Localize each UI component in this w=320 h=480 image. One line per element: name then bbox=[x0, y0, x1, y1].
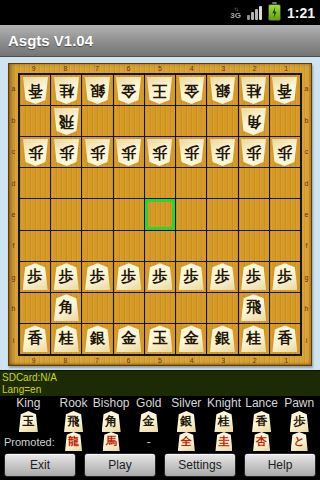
coord-label: b bbox=[9, 104, 18, 135]
cell-2c[interactable]: 歩 bbox=[239, 137, 269, 167]
white-piece-歩[interactable]: 歩 bbox=[241, 139, 266, 166]
black-piece-銀[interactable]: 銀 bbox=[210, 325, 235, 352]
cell-1b[interactable] bbox=[270, 106, 300, 136]
cell-9d[interactable] bbox=[20, 168, 50, 198]
coord-label: 1 bbox=[271, 356, 303, 365]
cell-5b[interactable] bbox=[145, 106, 175, 136]
no-promotion-dash: - bbox=[147, 435, 151, 449]
black-piece-銀[interactable]: 銀 bbox=[85, 325, 110, 352]
cell-5c[interactable]: 歩 bbox=[145, 137, 175, 167]
cell-2e[interactable] bbox=[239, 199, 269, 229]
cell-1c[interactable]: 歩 bbox=[270, 137, 300, 167]
black-piece-歩[interactable]: 歩 bbox=[85, 263, 110, 290]
white-piece-桂[interactable]: 桂 bbox=[241, 77, 266, 104]
cell-9g[interactable]: 歩 bbox=[20, 262, 50, 292]
white-piece-銀[interactable]: 銀 bbox=[85, 77, 110, 104]
black-piece-角[interactable]: 角 bbox=[54, 294, 79, 321]
black-piece-飛[interactable]: 飛 bbox=[241, 294, 266, 321]
piece-glyph: 香 bbox=[252, 411, 271, 432]
cell-5h[interactable] bbox=[145, 293, 175, 323]
legend-tile-bishop: 角 bbox=[92, 410, 130, 433]
white-piece-歩[interactable]: 歩 bbox=[54, 139, 79, 166]
coord-label: 3 bbox=[207, 64, 239, 73]
black-piece-歩[interactable]: 歩 bbox=[116, 263, 141, 290]
black-piece-桂[interactable]: 桂 bbox=[54, 325, 79, 352]
white-piece-歩[interactable]: 歩 bbox=[272, 139, 297, 166]
piece-glyph: 桂 bbox=[214, 411, 233, 432]
board-grid: 香桂銀金王金銀桂香飛角歩歩歩歩歩歩歩歩歩歩歩歩歩歩歩歩歩歩角飛香桂銀金玉金銀桂香 bbox=[18, 73, 302, 356]
battery-icon bbox=[268, 4, 281, 21]
cell-2i[interactable]: 桂 bbox=[239, 324, 269, 354]
legend-promoted-knight: 圭 bbox=[205, 433, 243, 450]
cell-9f[interactable] bbox=[20, 231, 50, 261]
app-title: Asgts V1.04 bbox=[8, 32, 93, 49]
cell-6f[interactable] bbox=[114, 231, 144, 261]
android-status-bar: ↑↓ 3G 1:21 bbox=[0, 0, 320, 25]
legend-tile-gold: 金 bbox=[130, 410, 168, 433]
coord-label: h bbox=[9, 293, 18, 324]
language-status: Lang=en bbox=[2, 384, 320, 396]
black-piece-歩[interactable]: 歩 bbox=[241, 263, 266, 290]
cell-1i[interactable]: 香 bbox=[270, 324, 300, 354]
help-button[interactable]: Help bbox=[244, 453, 316, 477]
coord-label: 9 bbox=[18, 356, 50, 365]
legend-promoted-bishop: 馬 bbox=[92, 433, 130, 450]
status-panel: SDCard:N/A Lang=en bbox=[0, 370, 320, 396]
cell-7a[interactable]: 銀 bbox=[82, 75, 112, 105]
cell-7h[interactable] bbox=[82, 293, 112, 323]
black-piece-金[interactable]: 金 bbox=[116, 325, 141, 352]
play-button[interactable]: Play bbox=[84, 453, 156, 477]
cell-5i[interactable]: 玉 bbox=[145, 324, 175, 354]
legend-promoted-lance: 杏 bbox=[243, 433, 281, 450]
sdcard-status: SDCard:N/A bbox=[2, 372, 320, 384]
cell-3g[interactable]: 歩 bbox=[207, 262, 237, 292]
rank-labels-right: abcdefghi bbox=[302, 73, 311, 356]
legend-tile-knight: 桂 bbox=[205, 410, 243, 433]
legend-promoted-silver: 全 bbox=[168, 433, 206, 450]
white-piece-香[interactable]: 香 bbox=[272, 77, 297, 104]
white-piece-歩[interactable]: 歩 bbox=[179, 139, 204, 166]
coord-label: 5 bbox=[144, 356, 176, 365]
cell-4b[interactable] bbox=[176, 106, 206, 136]
coord-label: c bbox=[302, 136, 311, 167]
black-piece-歩[interactable]: 歩 bbox=[54, 263, 79, 290]
cell-5g[interactable]: 歩 bbox=[145, 262, 175, 292]
piece-glyph: 歩 bbox=[290, 411, 309, 432]
cell-3e[interactable] bbox=[207, 199, 237, 229]
white-piece-香[interactable]: 香 bbox=[23, 77, 48, 104]
coord-label: a bbox=[9, 73, 18, 104]
cell-5f[interactable] bbox=[145, 231, 175, 261]
board-area: 987654321 987654321 abcdefghi abcdefghi … bbox=[0, 57, 320, 370]
coord-label: 6 bbox=[113, 64, 145, 73]
cell-8f[interactable] bbox=[51, 231, 81, 261]
cell-3h[interactable] bbox=[207, 293, 237, 323]
legend-promoted-pawn: と bbox=[280, 433, 318, 450]
coord-label: g bbox=[302, 262, 311, 293]
coord-label: 4 bbox=[176, 64, 208, 73]
white-piece-歩[interactable]: 歩 bbox=[116, 139, 141, 166]
cell-3f[interactable] bbox=[207, 231, 237, 261]
cell-3d[interactable] bbox=[207, 168, 237, 198]
white-piece-歩[interactable]: 歩 bbox=[147, 139, 172, 166]
coord-label: h bbox=[302, 293, 311, 324]
legend-promoted-rook: 龍 bbox=[55, 433, 93, 450]
settings-button[interactable]: Settings bbox=[164, 453, 236, 477]
white-piece-角[interactable]: 角 bbox=[241, 108, 266, 135]
cell-2d[interactable] bbox=[239, 168, 269, 198]
piece-glyph: 玉 bbox=[19, 411, 38, 432]
cell-1a[interactable]: 香 bbox=[270, 75, 300, 105]
cell-6c[interactable]: 歩 bbox=[114, 137, 144, 167]
cell-5d[interactable] bbox=[145, 168, 175, 198]
file-labels-top: 987654321 bbox=[18, 64, 302, 73]
cell-8i[interactable]: 桂 bbox=[51, 324, 81, 354]
cell-4f[interactable] bbox=[176, 231, 206, 261]
coord-label: 9 bbox=[18, 64, 50, 73]
network-3g-icon: ↑↓ 3G bbox=[230, 6, 241, 20]
coord-label: c bbox=[9, 136, 18, 167]
black-piece-香[interactable]: 香 bbox=[272, 325, 297, 352]
white-piece-歩[interactable]: 歩 bbox=[23, 139, 48, 166]
status-bar-clock: 1:21 bbox=[287, 5, 315, 21]
cell-1d[interactable] bbox=[270, 168, 300, 198]
piece-legend: King玉Promoted:Rook飛龍Bishop角馬Gold金-Silver… bbox=[0, 396, 320, 450]
exit-button[interactable]: Exit bbox=[4, 453, 76, 477]
black-piece-金[interactable]: 金 bbox=[179, 325, 204, 352]
white-piece-王[interactable]: 王 bbox=[147, 77, 172, 104]
promoted-piece-glyph: 馬 bbox=[103, 432, 120, 451]
cell-1f[interactable] bbox=[270, 231, 300, 261]
cell-3a[interactable]: 銀 bbox=[207, 75, 237, 105]
legend-tile-rook: 飛 bbox=[55, 410, 93, 433]
cell-8h[interactable]: 角 bbox=[51, 293, 81, 323]
cell-1e[interactable] bbox=[270, 199, 300, 229]
cell-6b[interactable] bbox=[114, 106, 144, 136]
cell-4d[interactable] bbox=[176, 168, 206, 198]
cell-2h[interactable]: 飛 bbox=[239, 293, 269, 323]
cell-6h[interactable] bbox=[114, 293, 144, 323]
white-piece-歩[interactable]: 歩 bbox=[210, 139, 235, 166]
cell-7e[interactable] bbox=[82, 199, 112, 229]
white-piece-歩[interactable]: 歩 bbox=[85, 139, 110, 166]
cell-4i[interactable]: 金 bbox=[176, 324, 206, 354]
cell-4a[interactable]: 金 bbox=[176, 75, 206, 105]
black-piece-香[interactable]: 香 bbox=[23, 325, 48, 352]
cell-9e[interactable] bbox=[20, 199, 50, 229]
legend-tile-silver: 銀 bbox=[168, 410, 206, 433]
coord-label: e bbox=[9, 199, 18, 230]
promoted-piece-glyph: 龍 bbox=[65, 432, 82, 451]
cell-2g[interactable]: 歩 bbox=[239, 262, 269, 292]
white-piece-飛[interactable]: 飛 bbox=[54, 108, 79, 135]
cell-6d[interactable] bbox=[114, 168, 144, 198]
cell-9b[interactable] bbox=[20, 106, 50, 136]
cell-7f[interactable] bbox=[82, 231, 112, 261]
cell-3b[interactable] bbox=[207, 106, 237, 136]
piece-glyph: 金 bbox=[139, 411, 158, 432]
cell-2f[interactable] bbox=[239, 231, 269, 261]
app-title-bar: Asgts V1.04 bbox=[0, 25, 320, 57]
white-piece-桂[interactable]: 桂 bbox=[54, 77, 79, 104]
coord-label: 1 bbox=[271, 64, 303, 73]
black-piece-歩[interactable]: 歩 bbox=[179, 263, 204, 290]
coord-label: 5 bbox=[144, 64, 176, 73]
cell-8b[interactable]: 飛 bbox=[51, 106, 81, 136]
charging-bolt-icon bbox=[271, 7, 277, 18]
coord-label: d bbox=[302, 167, 311, 198]
rank-labels-left: abcdefghi bbox=[9, 73, 18, 356]
promoted-piece-glyph: と bbox=[291, 432, 308, 451]
coord-label: 2 bbox=[239, 356, 271, 365]
cell-4e[interactable] bbox=[176, 199, 206, 229]
cell-4c[interactable]: 歩 bbox=[176, 137, 206, 167]
cell-5a[interactable]: 王 bbox=[145, 75, 175, 105]
cell-1h[interactable] bbox=[270, 293, 300, 323]
coord-label: d bbox=[9, 167, 18, 198]
white-piece-銀[interactable]: 銀 bbox=[210, 77, 235, 104]
legend-name-silver: Silver bbox=[168, 396, 206, 410]
legend-name-bishop: Bishop bbox=[92, 396, 130, 410]
legend-tile-lance: 香 bbox=[243, 410, 281, 433]
cell-7c[interactable]: 歩 bbox=[82, 137, 112, 167]
legend-name-gold: Gold bbox=[130, 396, 168, 410]
promoted-piece-glyph: 全 bbox=[178, 432, 195, 451]
cell-9i[interactable]: 香 bbox=[20, 324, 50, 354]
file-labels-bottom: 987654321 bbox=[18, 356, 302, 365]
cell-6g[interactable]: 歩 bbox=[114, 262, 144, 292]
cell-6i[interactable]: 金 bbox=[114, 324, 144, 354]
legend-name-lance: Lance bbox=[243, 396, 281, 410]
coord-label: 3 bbox=[207, 356, 239, 365]
legend-name-rook: Rook bbox=[55, 396, 93, 410]
coord-label: 8 bbox=[50, 64, 82, 73]
cell-4h[interactable] bbox=[176, 293, 206, 323]
cell-1g[interactable]: 歩 bbox=[270, 262, 300, 292]
legend-promoted-gold: - bbox=[130, 433, 168, 450]
legend-name-pawn: Pawn bbox=[280, 396, 318, 410]
cell-8e[interactable] bbox=[51, 199, 81, 229]
coord-label: 6 bbox=[113, 356, 145, 365]
cell-9h[interactable] bbox=[20, 293, 50, 323]
black-piece-歩[interactable]: 歩 bbox=[210, 263, 235, 290]
signal-strength-icon bbox=[247, 6, 262, 20]
black-piece-桂[interactable]: 桂 bbox=[241, 325, 266, 352]
white-piece-金[interactable]: 金 bbox=[179, 77, 204, 104]
coord-label: 2 bbox=[239, 64, 271, 73]
cell-7d[interactable] bbox=[82, 168, 112, 198]
cell-8g[interactable]: 歩 bbox=[51, 262, 81, 292]
cell-8a[interactable]: 桂 bbox=[51, 75, 81, 105]
cell-2b[interactable]: 角 bbox=[239, 106, 269, 136]
cell-7g[interactable]: 歩 bbox=[82, 262, 112, 292]
cell-3i[interactable]: 銀 bbox=[207, 324, 237, 354]
cell-8d[interactable] bbox=[51, 168, 81, 198]
cell-7i[interactable]: 銀 bbox=[82, 324, 112, 354]
coord-label: b bbox=[302, 104, 311, 135]
coord-label: f bbox=[302, 230, 311, 261]
coord-label: 7 bbox=[81, 356, 113, 365]
white-piece-金[interactable]: 金 bbox=[116, 77, 141, 104]
button-bar: ExitPlaySettingsHelp bbox=[0, 450, 320, 480]
cell-3c[interactable]: 歩 bbox=[207, 137, 237, 167]
black-piece-歩[interactable]: 歩 bbox=[272, 263, 297, 290]
piece-glyph: 銀 bbox=[177, 411, 196, 432]
legend-tile-king: 玉 bbox=[2, 410, 55, 433]
cell-6e[interactable] bbox=[114, 199, 144, 229]
cell-9c[interactable]: 歩 bbox=[20, 137, 50, 167]
cell-4g[interactable]: 歩 bbox=[176, 262, 206, 292]
piece-glyph: 飛 bbox=[64, 411, 83, 432]
coord-label: 4 bbox=[176, 356, 208, 365]
coord-label: 8 bbox=[50, 356, 82, 365]
coord-label: g bbox=[9, 262, 18, 293]
cell-8c[interactable]: 歩 bbox=[51, 137, 81, 167]
promoted-piece-glyph: 杏 bbox=[253, 432, 270, 451]
shogi-board: 987654321 987654321 abcdefghi abcdefghi … bbox=[8, 63, 312, 366]
legend-name-knight: Knight bbox=[205, 396, 243, 410]
cell-6a[interactable]: 金 bbox=[114, 75, 144, 105]
black-piece-歩[interactable]: 歩 bbox=[23, 263, 48, 290]
coord-label: f bbox=[9, 230, 18, 261]
coord-label: e bbox=[302, 199, 311, 230]
coord-label: 7 bbox=[81, 64, 113, 73]
promoted-label: Promoted: bbox=[2, 433, 55, 450]
black-piece-玉[interactable]: 玉 bbox=[147, 325, 172, 352]
legend-name-king: King bbox=[2, 396, 55, 410]
coord-label: i bbox=[302, 325, 311, 356]
cell-2a[interactable]: 桂 bbox=[239, 75, 269, 105]
cell-7b[interactable] bbox=[82, 106, 112, 136]
piece-glyph: 角 bbox=[102, 411, 121, 432]
black-piece-歩[interactable]: 歩 bbox=[147, 263, 172, 290]
coord-label: i bbox=[9, 325, 18, 356]
promoted-piece-glyph: 圭 bbox=[215, 432, 232, 451]
coord-label: a bbox=[302, 73, 311, 104]
cell-9a[interactable]: 香 bbox=[20, 75, 50, 105]
cell-5e[interactable] bbox=[145, 199, 175, 229]
legend-tile-pawn: 歩 bbox=[280, 410, 318, 433]
